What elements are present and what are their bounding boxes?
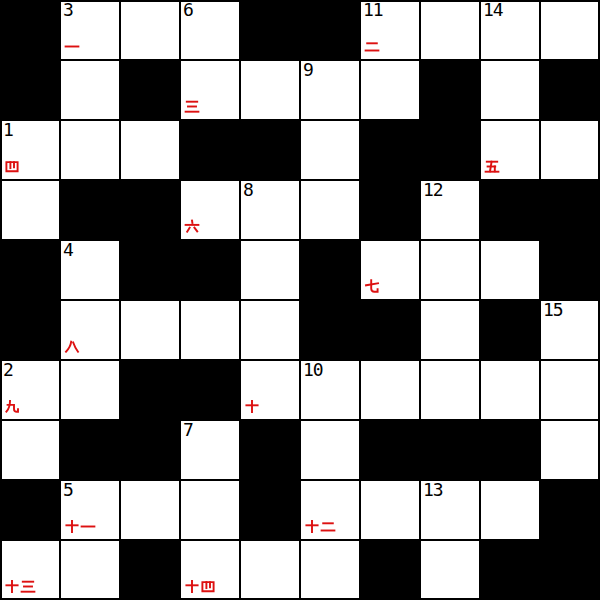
clue-number: 11 bbox=[363, 1, 383, 20]
block-cell bbox=[120, 420, 180, 480]
grid-cell[interactable] bbox=[420, 0, 480, 60]
grid-cell[interactable] bbox=[360, 240, 420, 300]
grid-cell[interactable] bbox=[120, 300, 180, 360]
red-clue-marker bbox=[64, 338, 80, 355]
red-clue-marker bbox=[4, 398, 20, 415]
grid-cell[interactable] bbox=[0, 540, 60, 600]
clue-number: 4 bbox=[63, 241, 73, 260]
han-numeral-icon bbox=[64, 338, 80, 355]
red-clue-marker bbox=[364, 278, 380, 295]
clue-number: 14 bbox=[483, 1, 503, 20]
grid-cell[interactable] bbox=[240, 60, 300, 120]
grid-cell[interactable]: 3 bbox=[60, 0, 120, 60]
han-numeral-icon bbox=[200, 578, 216, 595]
clue-number: 12 bbox=[423, 181, 443, 200]
block-cell bbox=[540, 540, 600, 600]
clue-number: 5 bbox=[63, 481, 73, 500]
clue-number: 15 bbox=[543, 301, 563, 320]
block-cell bbox=[120, 540, 180, 600]
grid-cell[interactable] bbox=[240, 240, 300, 300]
grid-cell[interactable] bbox=[420, 360, 480, 420]
block-cell bbox=[360, 540, 420, 600]
grid-cell[interactable] bbox=[540, 420, 600, 480]
han-numeral-icon bbox=[364, 278, 380, 295]
block-cell bbox=[120, 60, 180, 120]
block-cell bbox=[120, 240, 180, 300]
grid-cell[interactable] bbox=[0, 420, 60, 480]
block-cell bbox=[300, 300, 360, 360]
grid-cell[interactable] bbox=[60, 300, 120, 360]
red-clue-marker bbox=[304, 518, 336, 535]
block-cell bbox=[480, 180, 540, 240]
red-clue-marker bbox=[184, 578, 216, 595]
grid-cell[interactable] bbox=[300, 180, 360, 240]
clue-number: 10 bbox=[303, 361, 323, 380]
block-cell bbox=[180, 240, 240, 300]
block-cell bbox=[120, 360, 180, 420]
grid-cell[interactable] bbox=[540, 360, 600, 420]
han-numeral-icon bbox=[64, 38, 80, 55]
grid-cell[interactable]: 14 bbox=[480, 0, 540, 60]
grid-cell[interactable] bbox=[240, 540, 300, 600]
crossword-board: 361114918124152107513 bbox=[0, 0, 600, 600]
grid-cell[interactable] bbox=[300, 120, 360, 180]
grid-cell[interactable] bbox=[60, 360, 120, 420]
grid-cell[interactable]: 5 bbox=[60, 480, 120, 540]
clue-number: 6 bbox=[183, 1, 193, 20]
red-clue-marker bbox=[4, 158, 20, 175]
block-cell bbox=[480, 300, 540, 360]
grid-cell[interactable]: 11 bbox=[360, 0, 420, 60]
grid-cell[interactable] bbox=[300, 540, 360, 600]
clue-number: 9 bbox=[303, 61, 313, 80]
block-cell bbox=[0, 60, 60, 120]
grid-cell[interactable] bbox=[180, 300, 240, 360]
block-cell bbox=[540, 240, 600, 300]
grid-cell[interactable]: 8 bbox=[240, 180, 300, 240]
han-numeral-icon bbox=[244, 398, 260, 415]
red-clue-marker bbox=[364, 38, 380, 55]
han-numeral-icon bbox=[184, 218, 200, 235]
block-cell bbox=[480, 420, 540, 480]
grid-cell[interactable] bbox=[240, 300, 300, 360]
block-cell bbox=[540, 480, 600, 540]
block-cell bbox=[0, 300, 60, 360]
red-clue-marker bbox=[184, 218, 200, 235]
han-numeral-icon bbox=[184, 578, 200, 595]
clue-number: 1 bbox=[3, 121, 13, 140]
red-clue-marker bbox=[484, 158, 500, 175]
red-clue-marker bbox=[64, 38, 80, 55]
block-cell bbox=[60, 420, 120, 480]
block-cell bbox=[300, 0, 360, 60]
grid-cell[interactable]: 10 bbox=[300, 360, 360, 420]
block-cell bbox=[420, 420, 480, 480]
grid-cell[interactable]: 15 bbox=[540, 300, 600, 360]
han-numeral-icon bbox=[184, 98, 200, 115]
grid-cell[interactable] bbox=[60, 120, 120, 180]
clue-number: 8 bbox=[243, 181, 253, 200]
han-numeral-icon bbox=[4, 158, 20, 175]
block-cell bbox=[60, 180, 120, 240]
block-cell bbox=[180, 360, 240, 420]
han-numeral-icon bbox=[20, 578, 36, 595]
clue-number: 7 bbox=[183, 421, 193, 440]
block-cell bbox=[180, 120, 240, 180]
grid-cell[interactable] bbox=[180, 60, 240, 120]
block-cell bbox=[540, 180, 600, 240]
block-cell bbox=[240, 420, 300, 480]
grid-cell[interactable] bbox=[300, 420, 360, 480]
grid-cell[interactable] bbox=[0, 180, 60, 240]
block-cell bbox=[0, 0, 60, 60]
red-clue-marker bbox=[64, 518, 96, 535]
block-cell bbox=[240, 120, 300, 180]
block-cell bbox=[360, 180, 420, 240]
grid-cell[interactable] bbox=[120, 0, 180, 60]
grid-cell[interactable] bbox=[480, 360, 540, 420]
grid-cell[interactable] bbox=[60, 60, 120, 120]
grid-cell[interactable] bbox=[360, 360, 420, 420]
clue-number: 3 bbox=[63, 1, 73, 20]
red-clue-marker bbox=[4, 578, 36, 595]
block-cell bbox=[540, 60, 600, 120]
grid-cell[interactable] bbox=[420, 540, 480, 600]
grid-cell[interactable] bbox=[480, 120, 540, 180]
red-clue-marker bbox=[244, 398, 260, 415]
grid-cell[interactable]: 13 bbox=[420, 480, 480, 540]
grid-cell[interactable] bbox=[360, 480, 420, 540]
clue-number: 13 bbox=[423, 481, 443, 500]
block-cell bbox=[360, 120, 420, 180]
block-cell bbox=[420, 60, 480, 120]
grid-cell[interactable]: 12 bbox=[420, 180, 480, 240]
grid-cell[interactable] bbox=[480, 60, 540, 120]
block-cell bbox=[360, 300, 420, 360]
block-cell bbox=[240, 0, 300, 60]
han-numeral-icon bbox=[64, 518, 80, 535]
han-numeral-icon bbox=[364, 38, 380, 55]
grid-cell[interactable] bbox=[420, 240, 480, 300]
grid-cell[interactable]: 1 bbox=[0, 120, 60, 180]
clue-number: 2 bbox=[3, 361, 13, 380]
crossword-grid: 361114918124152107513 bbox=[0, 0, 600, 600]
han-numeral-icon bbox=[4, 398, 20, 415]
grid-cell[interactable] bbox=[360, 60, 420, 120]
grid-cell[interactable] bbox=[180, 480, 240, 540]
red-clue-marker bbox=[184, 98, 200, 115]
grid-cell[interactable] bbox=[60, 540, 120, 600]
block-cell bbox=[120, 180, 180, 240]
block-cell bbox=[360, 420, 420, 480]
block-cell bbox=[420, 120, 480, 180]
block-cell bbox=[0, 240, 60, 300]
grid-cell[interactable] bbox=[180, 540, 240, 600]
grid-cell[interactable] bbox=[480, 240, 540, 300]
grid-cell[interactable] bbox=[540, 0, 600, 60]
block-cell bbox=[300, 240, 360, 300]
han-numeral-icon bbox=[80, 518, 96, 535]
grid-cell[interactable] bbox=[540, 120, 600, 180]
grid-cell[interactable] bbox=[420, 300, 480, 360]
grid-cell[interactable] bbox=[240, 360, 300, 420]
grid-cell[interactable] bbox=[180, 180, 240, 240]
grid-cell[interactable] bbox=[120, 120, 180, 180]
grid-cell[interactable]: 2 bbox=[0, 360, 60, 420]
han-numeral-icon bbox=[304, 518, 320, 535]
han-numeral-icon bbox=[484, 158, 500, 175]
grid-cell[interactable] bbox=[480, 480, 540, 540]
grid-cell[interactable]: 7 bbox=[180, 420, 240, 480]
block-cell bbox=[480, 540, 540, 600]
han-numeral-icon bbox=[320, 518, 336, 535]
block-cell bbox=[0, 480, 60, 540]
grid-cell[interactable]: 6 bbox=[180, 0, 240, 60]
grid-cell[interactable] bbox=[120, 480, 180, 540]
block-cell bbox=[240, 480, 300, 540]
grid-cell[interactable] bbox=[300, 480, 360, 540]
han-numeral-icon bbox=[4, 578, 20, 595]
grid-cell[interactable]: 9 bbox=[300, 60, 360, 120]
grid-cell[interactable]: 4 bbox=[60, 240, 120, 300]
